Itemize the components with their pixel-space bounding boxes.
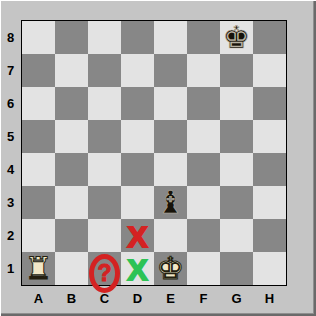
annotation-circled-question-c1: ? bbox=[89, 254, 120, 293]
square-g1[interactable] bbox=[220, 252, 253, 285]
square-c8[interactable] bbox=[88, 21, 121, 54]
square-e1[interactable]: ♚ bbox=[154, 252, 187, 285]
square-c2[interactable] bbox=[88, 219, 121, 252]
piece-white-king-e1[interactable]: ♚ bbox=[154, 252, 187, 285]
annotation-green-x-d1: X bbox=[121, 253, 154, 286]
square-f8[interactable] bbox=[187, 21, 220, 54]
square-e4[interactable] bbox=[154, 153, 187, 186]
square-g3[interactable] bbox=[220, 186, 253, 219]
square-e2[interactable] bbox=[154, 219, 187, 252]
square-d2[interactable]: X bbox=[121, 219, 154, 252]
square-b7[interactable] bbox=[55, 54, 88, 87]
square-d3[interactable] bbox=[121, 186, 154, 219]
square-b2[interactable] bbox=[55, 219, 88, 252]
square-e7[interactable] bbox=[154, 54, 187, 87]
file-label-d: D bbox=[121, 289, 154, 309]
piece-black-bishop-e3[interactable]: ♝ bbox=[154, 186, 187, 219]
square-h7[interactable] bbox=[253, 54, 286, 87]
annotation-red-x-d2: X bbox=[121, 220, 154, 253]
square-d5[interactable] bbox=[121, 120, 154, 153]
file-label-b: B bbox=[55, 289, 88, 309]
square-f3[interactable] bbox=[187, 186, 220, 219]
rank-label-5: 5 bbox=[2, 120, 19, 153]
file-label-a: A bbox=[22, 289, 55, 309]
square-e5[interactable] bbox=[154, 120, 187, 153]
square-f7[interactable] bbox=[187, 54, 220, 87]
rank-label-6: 6 bbox=[2, 87, 19, 120]
square-a2[interactable] bbox=[22, 219, 55, 252]
square-a5[interactable] bbox=[22, 120, 55, 153]
square-b1[interactable] bbox=[55, 252, 88, 285]
square-b6[interactable] bbox=[55, 87, 88, 120]
square-d6[interactable] bbox=[121, 87, 154, 120]
question-mark-icon: ? bbox=[97, 262, 111, 285]
square-c5[interactable] bbox=[88, 120, 121, 153]
square-a1[interactable]: ♜ bbox=[22, 252, 55, 285]
square-h5[interactable] bbox=[253, 120, 286, 153]
square-b3[interactable] bbox=[55, 186, 88, 219]
rank-label-2: 2 bbox=[2, 219, 19, 252]
file-label-e: E bbox=[154, 289, 187, 309]
square-g6[interactable] bbox=[220, 87, 253, 120]
rank-label-7: 7 bbox=[2, 54, 19, 87]
square-g8[interactable]: ♚ bbox=[220, 21, 253, 54]
square-a6[interactable] bbox=[22, 87, 55, 120]
square-d7[interactable] bbox=[121, 54, 154, 87]
square-h3[interactable] bbox=[253, 186, 286, 219]
square-c6[interactable] bbox=[88, 87, 121, 120]
rank-label-4: 4 bbox=[2, 153, 19, 186]
square-c3[interactable] bbox=[88, 186, 121, 219]
square-e6[interactable] bbox=[154, 87, 187, 120]
square-c4[interactable] bbox=[88, 153, 121, 186]
square-c1[interactable]: ? bbox=[88, 252, 121, 285]
square-d4[interactable] bbox=[121, 153, 154, 186]
square-b8[interactable] bbox=[55, 21, 88, 54]
chess-board: ♚♝X♜?X♚ bbox=[21, 20, 287, 286]
square-d8[interactable] bbox=[121, 21, 154, 54]
square-h6[interactable] bbox=[253, 87, 286, 120]
rank-label-1: 1 bbox=[2, 252, 19, 285]
square-f1[interactable] bbox=[187, 252, 220, 285]
piece-white-rook-a1[interactable]: ♜ bbox=[22, 252, 55, 285]
rank-label-8: 8 bbox=[2, 21, 19, 54]
square-a8[interactable] bbox=[22, 21, 55, 54]
piece-black-king-g8[interactable]: ♚ bbox=[220, 21, 253, 54]
file-label-h: H bbox=[253, 289, 286, 309]
square-f6[interactable] bbox=[187, 87, 220, 120]
square-b4[interactable] bbox=[55, 153, 88, 186]
square-f5[interactable] bbox=[187, 120, 220, 153]
square-c7[interactable] bbox=[88, 54, 121, 87]
square-d1[interactable]: X bbox=[121, 252, 154, 285]
square-e3[interactable]: ♝ bbox=[154, 186, 187, 219]
square-g5[interactable] bbox=[220, 120, 253, 153]
square-b5[interactable] bbox=[55, 120, 88, 153]
square-f4[interactable] bbox=[187, 153, 220, 186]
file-label-f: F bbox=[187, 289, 220, 309]
square-a3[interactable] bbox=[22, 186, 55, 219]
square-g4[interactable] bbox=[220, 153, 253, 186]
square-g2[interactable] bbox=[220, 219, 253, 252]
square-h2[interactable] bbox=[253, 219, 286, 252]
square-h4[interactable] bbox=[253, 153, 286, 186]
square-g7[interactable] bbox=[220, 54, 253, 87]
diagram-frame: ♚♝X♜?X♚ ABCDEFGH 87654321 bbox=[0, 0, 316, 316]
square-h8[interactable] bbox=[253, 21, 286, 54]
square-a7[interactable] bbox=[22, 54, 55, 87]
file-label-g: G bbox=[220, 289, 253, 309]
square-h1[interactable] bbox=[253, 252, 286, 285]
square-a4[interactable] bbox=[22, 153, 55, 186]
square-e8[interactable] bbox=[154, 21, 187, 54]
rank-label-3: 3 bbox=[2, 186, 19, 219]
square-f2[interactable] bbox=[187, 219, 220, 252]
